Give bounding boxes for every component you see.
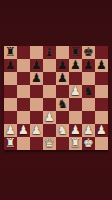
white-pawn-piece[interactable]: ♟ xyxy=(69,85,82,98)
square-g4[interactable] xyxy=(82,98,95,111)
square-g1[interactable]: ♚ xyxy=(82,137,95,150)
white-pawn-piece[interactable]: ♟ xyxy=(43,111,56,124)
square-a7[interactable]: ♟ xyxy=(4,59,17,72)
square-h7[interactable]: ♟ xyxy=(95,59,108,72)
square-b2[interactable]: ♟ xyxy=(17,124,30,137)
square-d8[interactable]: ♝ xyxy=(43,46,56,59)
chess-board: ♜♝♜♚♟♟♟♟♟♟♟♟♟♞♞♟♟♟♟♞♟♟♟♜♛♜♚ xyxy=(4,46,108,150)
square-h1[interactable] xyxy=(95,137,108,150)
square-b7[interactable] xyxy=(17,59,30,72)
square-e4[interactable]: ♞ xyxy=(56,98,69,111)
square-c1[interactable] xyxy=(30,137,43,150)
square-d1[interactable]: ♛ xyxy=(43,137,56,150)
white-knight-piece[interactable]: ♞ xyxy=(56,124,69,137)
black-knight-piece[interactable]: ♞ xyxy=(82,85,95,98)
square-g7[interactable]: ♟ xyxy=(82,59,95,72)
square-e1[interactable] xyxy=(56,137,69,150)
square-c6[interactable]: ♟ xyxy=(30,72,43,85)
square-a4[interactable] xyxy=(4,98,17,111)
black-knight-piece[interactable]: ♞ xyxy=(56,98,69,111)
black-pawn-piece[interactable]: ♟ xyxy=(95,59,108,72)
square-e2[interactable]: ♞ xyxy=(56,124,69,137)
square-h6[interactable] xyxy=(95,72,108,85)
black-pawn-piece[interactable]: ♟ xyxy=(56,72,69,85)
white-queen-piece[interactable]: ♛ xyxy=(43,137,56,150)
square-h5[interactable] xyxy=(95,85,108,98)
black-pawn-piece[interactable]: ♟ xyxy=(30,72,43,85)
white-pawn-piece[interactable]: ♟ xyxy=(30,124,43,137)
white-pawn-piece[interactable]: ♟ xyxy=(95,124,108,137)
black-pawn-piece[interactable]: ♟ xyxy=(82,59,95,72)
white-rook-piece[interactable]: ♜ xyxy=(69,137,82,150)
square-f1[interactable]: ♜ xyxy=(69,137,82,150)
white-king-piece[interactable]: ♚ xyxy=(82,137,95,150)
square-h2[interactable]: ♟ xyxy=(95,124,108,137)
white-rook-piece[interactable]: ♜ xyxy=(4,137,17,150)
square-f4[interactable] xyxy=(69,98,82,111)
square-d7[interactable] xyxy=(43,59,56,72)
square-b6[interactable] xyxy=(17,72,30,85)
square-b1[interactable] xyxy=(17,137,30,150)
white-pawn-piece[interactable]: ♟ xyxy=(17,124,30,137)
square-c4[interactable] xyxy=(30,98,43,111)
square-h4[interactable] xyxy=(95,98,108,111)
square-b5[interactable] xyxy=(17,85,30,98)
square-f5[interactable]: ♟ xyxy=(69,85,82,98)
app-background: ♜♝♜♚♟♟♟♟♟♟♟♟♟♞♞♟♟♟♟♞♟♟♟♜♛♜♚ xyxy=(0,0,112,200)
square-a6[interactable] xyxy=(4,72,17,85)
square-f7[interactable]: ♟ xyxy=(69,59,82,72)
black-pawn-piece[interactable]: ♟ xyxy=(4,59,17,72)
square-c2[interactable]: ♟ xyxy=(30,124,43,137)
square-g5[interactable]: ♞ xyxy=(82,85,95,98)
square-d6[interactable] xyxy=(43,72,56,85)
square-c5[interactable] xyxy=(30,85,43,98)
square-a1[interactable]: ♜ xyxy=(4,137,17,150)
square-b8[interactable] xyxy=(17,46,30,59)
square-e6[interactable]: ♟ xyxy=(56,72,69,85)
square-a5[interactable] xyxy=(4,85,17,98)
square-b4[interactable] xyxy=(17,98,30,111)
square-d5[interactable] xyxy=(43,85,56,98)
black-pawn-piece[interactable]: ♟ xyxy=(69,59,82,72)
square-d3[interactable]: ♟ xyxy=(43,111,56,124)
black-bishop-piece[interactable]: ♝ xyxy=(43,46,56,59)
